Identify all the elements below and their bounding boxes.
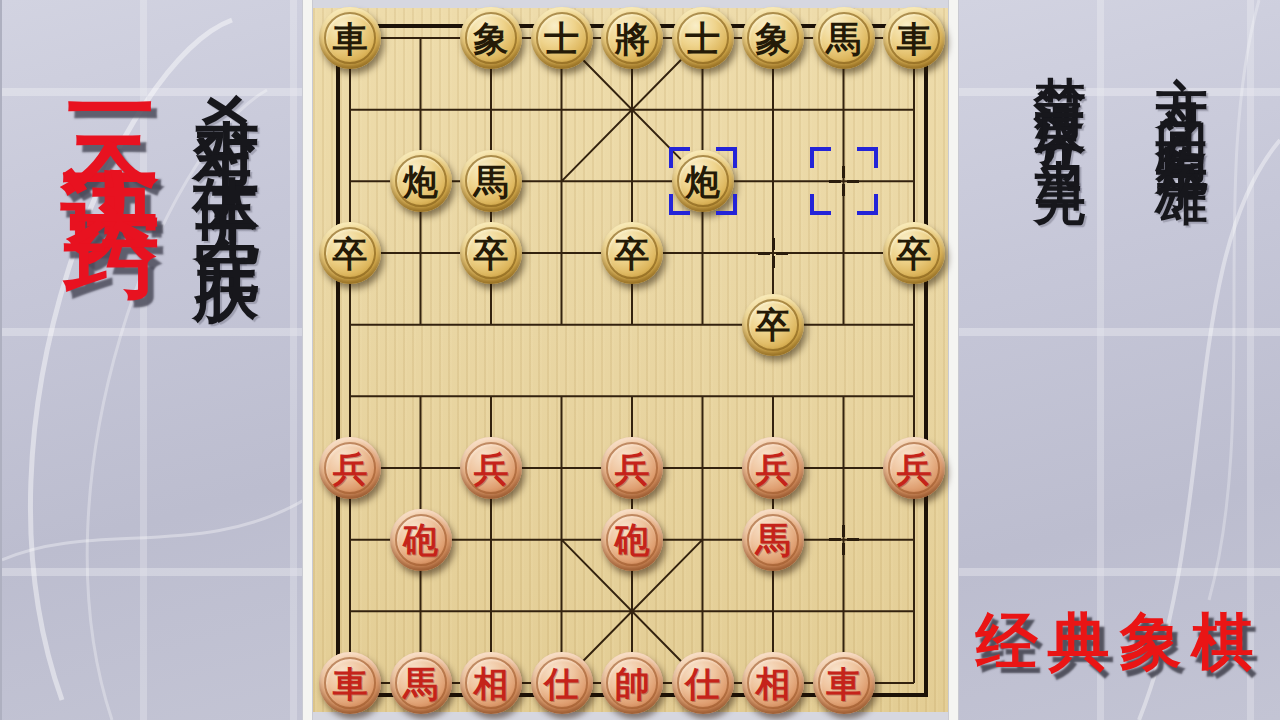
red-elephant-piece[interactable]: 相 (742, 652, 804, 714)
red-advisor-piece[interactable]: 仕 (672, 652, 734, 714)
black-cannon-piece[interactable]: 炮 (390, 150, 452, 212)
right-divider (948, 0, 959, 720)
right-red-banner: 经典象棋 (959, 600, 1280, 684)
red-soldier-piece[interactable]: 兵 (319, 437, 381, 499)
black-horse-piece[interactable]: 馬 (813, 7, 875, 69)
red-chariot-piece[interactable]: 車 (813, 652, 875, 714)
red-elephant-piece[interactable]: 相 (460, 652, 522, 714)
red-soldier-piece[interactable]: 兵 (742, 437, 804, 499)
red-horse-piece[interactable]: 馬 (390, 652, 452, 714)
red-horse-piece[interactable]: 馬 (742, 509, 804, 571)
black-soldier-piece[interactable]: 卒 (601, 222, 663, 284)
black-soldier-piece[interactable]: 卒 (319, 222, 381, 284)
left-divider (302, 0, 313, 720)
point-marker-cross (758, 238, 788, 268)
black-soldier-piece[interactable]: 卒 (742, 294, 804, 356)
last-move-brackets (810, 147, 878, 215)
black-soldier-piece[interactable]: 卒 (460, 222, 522, 284)
xiangqi-app-frame: 三个诀窍 杀对手体无完肤 車象士將士象馬車炮馬炮卒卒卒卒卒兵兵兵兵兵砲砲馬車馬相… (0, 0, 1280, 720)
black-chariot-piece[interactable]: 車 (319, 7, 381, 69)
black-general-piece[interactable]: 將 (601, 7, 663, 69)
red-soldier-piece[interactable]: 兵 (883, 437, 945, 499)
black-elephant-piece[interactable]: 象 (460, 7, 522, 69)
red-cannon-piece[interactable]: 砲 (390, 509, 452, 571)
right-caption-panel: 楚河汉界一马当先 方寸之间车炮争雄 经典象棋 (959, 0, 1280, 720)
black-horse-piece[interactable]: 馬 (460, 150, 522, 212)
red-soldier-piece[interactable]: 兵 (460, 437, 522, 499)
left-caption-panel: 三个诀窍 杀对手体无完肤 (0, 0, 304, 720)
right-outer-caption: 方寸之间车炮争雄 (1147, 34, 1217, 146)
last-move-brackets (669, 147, 737, 215)
red-cannon-piece[interactable]: 砲 (601, 509, 663, 571)
red-general-piece[interactable]: 帥 (601, 652, 663, 714)
board-pieces-layer[interactable]: 車象士將士象馬車炮馬炮卒卒卒卒卒兵兵兵兵兵砲砲馬車馬相仕帥仕相車 (313, 0, 948, 720)
right-inner-caption: 楚河汉界一马当先 (1025, 34, 1095, 146)
black-soldier-piece[interactable]: 卒 (883, 222, 945, 284)
left-black-caption: 杀对手体无完肤 (182, 40, 272, 236)
black-elephant-piece[interactable]: 象 (742, 7, 804, 69)
board-area: 車象士將士象馬車炮馬炮卒卒卒卒卒兵兵兵兵兵砲砲馬車馬相仕帥仕相車 (313, 0, 948, 720)
black-chariot-piece[interactable]: 車 (883, 7, 945, 69)
black-advisor-piece[interactable]: 士 (531, 7, 593, 69)
left-red-title: 三个诀窍 (46, 28, 178, 148)
red-soldier-piece[interactable]: 兵 (601, 437, 663, 499)
red-advisor-piece[interactable]: 仕 (531, 652, 593, 714)
red-chariot-piece[interactable]: 車 (319, 652, 381, 714)
black-advisor-piece[interactable]: 士 (672, 7, 734, 69)
point-marker-cross (829, 525, 859, 555)
